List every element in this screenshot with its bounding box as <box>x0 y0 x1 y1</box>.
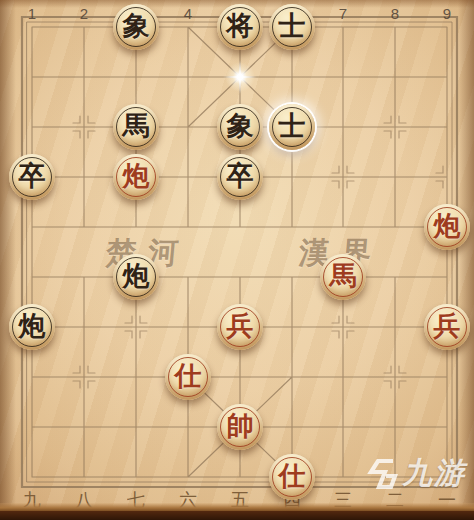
piece-glyph: 帥 <box>227 413 254 440</box>
file-label-bottom-2: 八 <box>75 488 93 512</box>
piece-glyph: 炮 <box>19 313 46 340</box>
piece-red-horse[interactable]: 馬 <box>320 254 366 300</box>
piece-red-advisor[interactable]: 仕 <box>269 454 315 500</box>
file-label-top-9: 9 <box>443 5 451 22</box>
file-label-bottom-8: 二 <box>386 488 404 512</box>
piece-glyph: 卒 <box>19 163 46 190</box>
piece-glyph: 仕 <box>175 363 202 390</box>
piece-glyph: 馬 <box>330 263 357 290</box>
file-label-bottom-4: 六 <box>179 488 197 512</box>
piece-black-elephant[interactable]: 象 <box>217 104 263 150</box>
piece-glyph: 兵 <box>434 313 461 340</box>
piece-glyph: 士 <box>279 113 306 140</box>
piece-black-advisor[interactable]: 士 <box>269 4 315 50</box>
piece-black-general[interactable]: 将 <box>217 4 263 50</box>
file-label-top-7: 7 <box>339 5 347 22</box>
piece-glyph: 将 <box>227 13 254 40</box>
piece-glyph: 炮 <box>123 263 150 290</box>
piece-black-elephant[interactable]: 象 <box>113 4 159 50</box>
piece-glyph: 卒 <box>227 163 254 190</box>
file-label-bottom-1: 九 <box>23 488 41 512</box>
piece-red-cannon[interactable]: 炮 <box>424 204 470 250</box>
piece-glyph: 象 <box>123 13 150 40</box>
piece-black-pawn[interactable]: 卒 <box>9 154 55 200</box>
file-label-bottom-3: 七 <box>127 488 145 512</box>
piece-red-advisor[interactable]: 仕 <box>165 354 211 400</box>
piece-glyph: 馬 <box>123 113 150 140</box>
piece-glyph: 仕 <box>279 463 306 490</box>
file-label-top-2: 2 <box>80 5 88 22</box>
piece-black-cannon[interactable]: 炮 <box>9 304 55 350</box>
file-label-top-1: 1 <box>28 5 36 22</box>
file-label-bottom-7: 三 <box>334 488 352 512</box>
xiangqi-board[interactable]: 123456789 九八七六五四三二一 楚河 漢界 象将士馬象士卒炮卒炮炮馬炮兵… <box>0 0 474 520</box>
piece-black-cannon[interactable]: 炮 <box>113 254 159 300</box>
piece-red-general[interactable]: 帥 <box>217 404 263 450</box>
piece-red-pawn[interactable]: 兵 <box>424 304 470 350</box>
file-label-top-4: 4 <box>184 5 192 22</box>
piece-glyph: 炮 <box>123 163 150 190</box>
file-label-top-8: 8 <box>391 5 399 22</box>
piece-red-pawn[interactable]: 兵 <box>217 304 263 350</box>
piece-black-advisor[interactable]: 士 <box>269 104 315 150</box>
piece-glyph: 兵 <box>227 313 254 340</box>
piece-glyph: 象 <box>227 113 254 140</box>
file-label-bottom-9: 一 <box>438 488 456 512</box>
file-label-bottom-5: 五 <box>231 488 249 512</box>
piece-black-horse[interactable]: 馬 <box>113 104 159 150</box>
piece-red-cannon[interactable]: 炮 <box>113 154 159 200</box>
piece-glyph: 炮 <box>434 213 461 240</box>
piece-black-pawn[interactable]: 卒 <box>217 154 263 200</box>
piece-glyph: 士 <box>279 13 306 40</box>
